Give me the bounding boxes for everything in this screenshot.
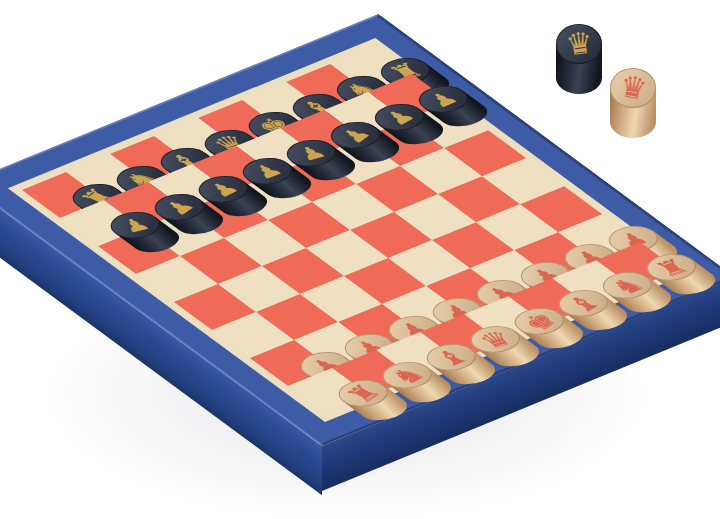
spare-black-queen-icon: ♛ [556, 24, 602, 98]
rook-icon: ♜ [649, 255, 694, 280]
spare-white-queen-icon: ♛ [610, 68, 656, 142]
queen-icon: ♛ [617, 71, 649, 105]
product-photo-scene: ♜♞♝♛♚♝♞♜♟♟♟♟♟♟♟♟♟♟♟♟♟♟♟♟♜♞♝♛♚♝♞♜ ♛♛ [0, 0, 720, 519]
queen-icon: ♛ [564, 27, 595, 60]
